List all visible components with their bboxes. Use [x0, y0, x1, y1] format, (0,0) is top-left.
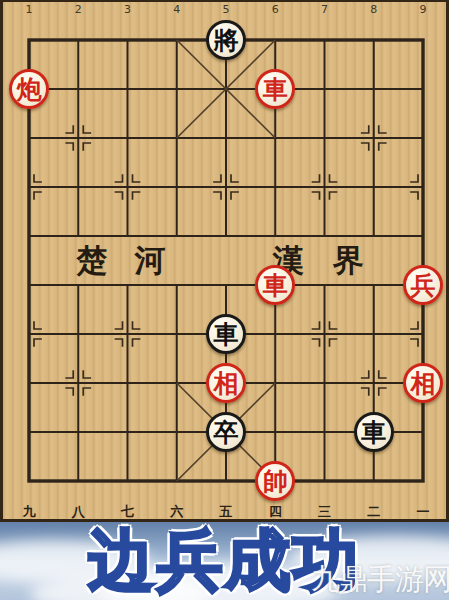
file-label-bottom: 一: [417, 503, 430, 521]
piece-black-chariot[interactable]: 車: [354, 412, 394, 452]
piece-glyph: 炮: [17, 77, 42, 102]
xiangqi-app-screen: 123456789 楚河漢界 九八七六五四三二一 將炮車車兵車相相卒車帥 边兵成…: [0, 0, 449, 600]
piece-red-general[interactable]: 帥: [255, 461, 295, 501]
file-label-top: 8: [370, 3, 377, 16]
file-label-bottom: 三: [318, 503, 331, 521]
river-label: 界: [333, 240, 364, 282]
file-label-bottom: 四: [269, 503, 282, 521]
piece-glyph: 車: [263, 77, 288, 102]
file-label-top: 5: [223, 3, 230, 16]
file-label-top: 2: [75, 3, 82, 16]
river-label: 河: [135, 240, 166, 282]
file-label-bottom: 五: [220, 503, 233, 521]
file-label-bottom: 六: [170, 503, 183, 521]
file-label-top: 4: [173, 3, 180, 16]
river-label: 楚: [77, 240, 108, 282]
piece-glyph: 將: [214, 28, 239, 53]
piece-black-soldier[interactable]: 卒: [206, 412, 246, 452]
piece-glyph: 卒: [214, 420, 239, 445]
piece-red-chariot[interactable]: 車: [255, 69, 295, 109]
piece-red-cannon[interactable]: 炮: [9, 69, 49, 109]
piece-glyph: 相: [214, 371, 239, 396]
file-label-bottom: 八: [72, 503, 85, 521]
file-label-bottom: 九: [23, 503, 36, 521]
file-label-top: 1: [26, 3, 33, 16]
piece-glyph: 車: [263, 273, 288, 298]
piece-black-general[interactable]: 將: [206, 20, 246, 60]
file-label-top: 9: [420, 3, 427, 16]
site-watermark: 九鼎手游网: [311, 560, 449, 600]
file-label-top: 6: [272, 3, 279, 16]
piece-glyph: 車: [361, 420, 386, 445]
piece-glyph: 兵: [411, 273, 436, 298]
xiangqi-board[interactable]: 123456789 楚河漢界 九八七六五四三二一 將炮車車兵車相相卒車帥: [0, 0, 449, 522]
piece-black-chariot[interactable]: 車: [206, 314, 246, 354]
piece-glyph: 相: [411, 371, 436, 396]
piece-red-elephant[interactable]: 相: [206, 363, 246, 403]
piece-red-chariot[interactable]: 車: [255, 265, 295, 305]
file-label-top: 7: [321, 3, 328, 16]
file-label-top: 3: [124, 3, 131, 16]
file-label-bottom: 七: [121, 503, 134, 521]
piece-glyph: 帥: [263, 469, 288, 494]
piece-red-soldier[interactable]: 兵: [403, 265, 443, 305]
piece-red-elephant[interactable]: 相: [403, 363, 443, 403]
file-label-bottom: 二: [367, 503, 380, 521]
piece-glyph: 車: [214, 322, 239, 347]
